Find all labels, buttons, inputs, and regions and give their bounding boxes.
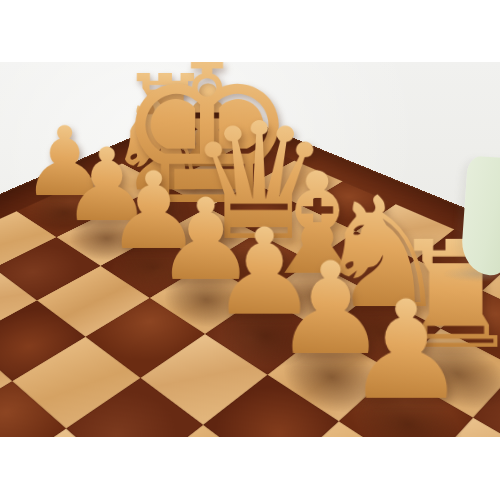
glass-vase — [460, 155, 500, 276]
chessboard: ♜♝♞♚♛♝♞♜♟♟♟♟♟♟♟ — [0, 104, 500, 437]
white-frame-top — [0, 0, 500, 62]
pawn-g5[interactable]: ♟ — [345, 283, 467, 420]
photo-area: ♜♝♞♚♛♝♞♜♟♟♟♟♟♟♟ — [0, 62, 500, 437]
scene: ♜♝♞♚♛♝♞♜♟♟♟♟♟♟♟ — [0, 62, 500, 437]
white-frame-bottom — [0, 437, 500, 500]
